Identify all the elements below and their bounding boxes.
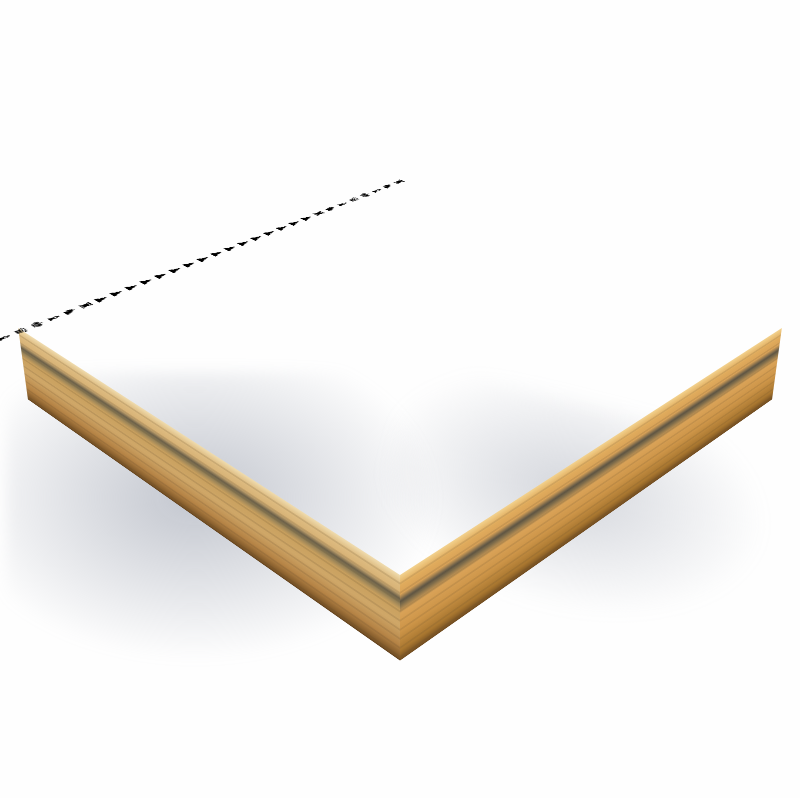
product-photo-scene: ♜♞♝♚♛♝♞♜♟♟♟♟♟♟♟♟♟♟♟♟♟♟♟♟♜♞♝♚♛♝♞♜ bbox=[0, 0, 800, 798]
pieces-layer: ♜♞♝♚♛♝♞♜♟♟♟♟♟♟♟♟♟♟♟♟♟♟♟♟♜♞♝♚♛♝♞♜ bbox=[0, 178, 782, 618]
chess-board: ♜♞♝♚♛♝♞♜♟♟♟♟♟♟♟♟♟♟♟♟♟♟♟♟♜♞♝♚♛♝♞♜ bbox=[18, 178, 782, 575]
